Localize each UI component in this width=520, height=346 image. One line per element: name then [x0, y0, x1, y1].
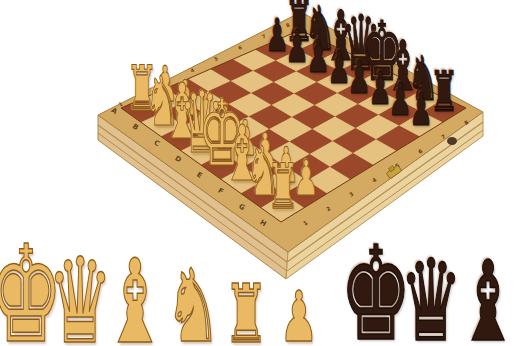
chess-set-photo: ABCDEFGH1234567812345678 ♜♞♝♛♚♝♞♜♟♟♟♟♟♟♟… — [0, 0, 520, 346]
showcase-light-rook: ♜ — [223, 274, 268, 346]
showcase-light-bishop: ♝ — [103, 244, 167, 346]
showcase-light-knight: ♞ — [165, 256, 221, 346]
showcase-dark-queen: ♛ — [400, 245, 463, 346]
box-foot — [447, 137, 457, 145]
showcase-dark-bishop: ♝ — [457, 246, 519, 346]
showcase-light-pawn: ♟ — [280, 282, 319, 346]
